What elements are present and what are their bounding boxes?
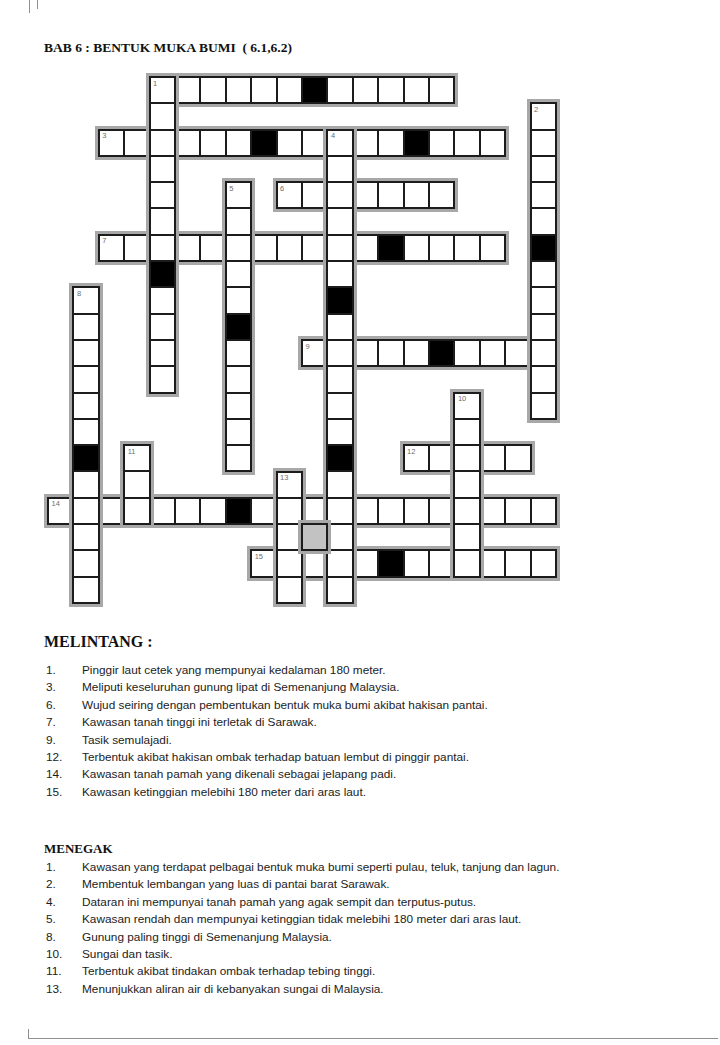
grid-cell-9-6[interactable] [278,236,303,262]
grid-cell-4-8[interactable] [151,288,176,314]
grid-cell-19-5[interactable] [532,209,557,235]
grid-cell-9-16[interactable] [278,499,303,525]
grid-cell-4-1[interactable] [151,104,176,130]
grid-cell-16-2[interactable] [455,131,480,157]
grid-cell-15-16[interactable] [430,499,455,525]
down-clue-text: Kawasan rendah dan mempunyai ketinggian … [82,912,521,926]
grid-cell-4-6[interactable] [151,236,176,262]
grid-cell-4-9[interactable] [151,315,176,341]
black-cell-11-8 [328,288,353,314]
grid-cell-19-4[interactable] [532,183,557,209]
grid-cell-16-16[interactable] [455,499,480,525]
board-number-3: 3 [102,132,106,140]
grid-cell-16-15[interactable] [455,472,480,498]
word-strip-down-5 [225,181,252,472]
grid-cell-15-6[interactable] [430,236,455,262]
down-clue-row: 13.Menunjukkan aliran air di kebanyakan … [46,982,686,999]
grid-cell-16-17[interactable] [455,525,480,551]
grid-cell-7-2[interactable] [227,131,252,157]
across-clue-text: Kawasan tanah tinggi ini terletak di Sar… [82,715,317,729]
grid-cell-4-11[interactable] [151,367,176,393]
black-cell-7-16 [227,499,252,525]
grid-cell-1-16[interactable] [74,499,99,525]
grid-cell-14-6[interactable] [405,236,430,262]
grid-cell-10-2[interactable] [303,131,328,157]
down-clue-number: 10. [46,947,82,961]
grid-cell-13-2[interactable] [379,131,404,157]
across-clue-row: 1.Pinggir laut cetek yang mempunyai keda… [46,663,686,680]
grid-cell-11-13[interactable] [328,420,353,446]
across-clue-row: 12.Terbentuk akibat hakisan ombak terhad… [46,750,686,767]
across-clue-number: 14. [46,767,82,781]
grid-cell-14-18[interactable] [405,551,430,577]
grid-cell-11-7[interactable] [328,262,353,288]
grid-cell-7-8[interactable] [227,288,252,314]
down-clue-row: 2.Membentuk lembangan yang luas di panta… [46,877,686,894]
grid-cell-11-3[interactable] [328,157,353,183]
grid-cell-7-10[interactable] [227,341,252,367]
grid-cell-10-4[interactable] [303,183,328,209]
grid-cell-16-6[interactable] [455,236,480,262]
grid-cell-1-9[interactable] [74,315,99,341]
black-cell-13-6 [379,236,404,262]
grid-cell-15-2[interactable] [430,131,455,157]
grid-cell-7-12[interactable] [227,394,252,420]
board-number-2: 2 [534,106,538,114]
down-clue-row: 8.Gunung paling tinggi di Semenanjung Ma… [46,930,686,947]
grid-cell-13-0[interactable] [379,78,404,104]
grid-cell-11-0[interactable] [328,78,353,104]
black-cell-13-18 [379,551,404,577]
down-clue-text: Terbentuk akibat tindakan ombak terhadap… [82,964,375,978]
down-clue-text: Sungai dan tasik. [82,947,173,961]
grid-cell-3-2[interactable] [125,131,150,157]
grid-cell-12-16[interactable] [354,499,379,525]
grid-cell-7-13[interactable] [227,420,252,446]
grid-cell-9-0[interactable] [278,78,303,104]
down-clue-number: 11. [46,964,82,978]
grid-cell-1-17[interactable] [74,525,99,551]
down-clue-text: Menunjukkan aliran air di kebanyakan sun… [82,982,384,996]
grid-cell-15-18[interactable] [430,551,455,577]
word-strip-down-2 [530,102,557,420]
grid-cell-19-16[interactable] [532,499,557,525]
grid-cell-11-6[interactable] [328,236,353,262]
grid-cell-4-5[interactable] [151,209,176,235]
crossword-board: 123456789101112131415 [0,0,720,640]
grid-cell-1-15[interactable] [74,472,99,498]
down-clue-row: 5.Kawasan rendah dan mempunyai ketinggia… [46,912,686,929]
grid-cell-11-16[interactable] [328,499,353,525]
black-cell-4-7 [151,262,176,288]
grid-cell-16-18[interactable] [455,551,480,577]
grid-cell-10-16[interactable] [303,499,328,525]
grid-cell-3-6[interactable] [125,236,150,262]
grid-cell-19-3[interactable] [532,157,557,183]
down-clue-row: 10.Sungai dan tasik. [46,947,686,964]
grid-cell-7-11[interactable] [227,367,252,393]
across-clue-number: 1. [46,663,82,677]
grid-cell-8-6[interactable] [252,236,277,262]
across-clue-text: Meliputi keseluruhan gunung lipat di Sem… [82,680,399,694]
grid-cell-18-16[interactable] [506,499,531,525]
grid-cell-12-6[interactable] [354,236,379,262]
grid-cell-11-4[interactable] [328,183,353,209]
down-clue-number: 4. [46,895,82,909]
board-number-11: 11 [128,448,136,456]
grid-cell-7-7[interactable] [227,262,252,288]
grid-cell-4-4[interactable] [151,183,176,209]
down-clue-text: Dataran ini mempunyai tanah pamah yang a… [82,895,476,909]
grid-cell-11-18[interactable] [328,551,353,577]
grid-cell-2-16[interactable] [100,499,125,525]
grid-cell-12-2[interactable] [354,131,379,157]
board-number-14: 14 [52,500,60,508]
board-number-7: 7 [102,237,106,245]
grid-cell-19-12[interactable] [532,394,557,420]
grid-cell-12-0[interactable] [354,78,379,104]
across-clue-text: Terbentuk akibat hakisan ombak terhadap … [82,750,469,764]
grid-cell-16-10[interactable] [455,341,480,367]
down-clue-number: 8. [46,930,82,944]
word-strip-down-1 [149,76,176,394]
grid-cell-15-4[interactable] [430,183,455,209]
across-heading: MELINTANG : [44,633,153,651]
grid-cell-4-10[interactable] [151,341,176,367]
grid-cell-7-6[interactable] [227,236,252,262]
across-clue-number: 9. [46,733,82,747]
down-clue-list: 1.Kawasan yang terdapat pelbagai bentuk … [46,860,686,999]
grid-cell-1-19[interactable] [74,578,99,604]
scan-artifact-bottom-tick [28,1029,29,1038]
word-strip-extra-gray-connector [301,523,328,551]
board-number-4: 4 [331,132,335,140]
across-clue-number: 3. [46,680,82,694]
board-number-6: 6 [280,185,284,193]
black-cell-1-14 [74,446,99,472]
grid-cell-4-3[interactable] [151,157,176,183]
grid-cell-1-10[interactable] [74,341,99,367]
across-clue-number: 7. [46,715,82,729]
across-clue-row: 7.Kawasan tanah tinggi ini terletak di S… [46,715,686,732]
down-clue-number: 2. [46,877,82,891]
word-strip-across-1 [149,76,456,104]
across-clue-text: Tasik semulajadi. [82,733,172,747]
board-number-5: 5 [229,185,233,193]
grid-cell-11-15[interactable] [328,472,353,498]
grid-cell-10-18[interactable] [303,551,328,577]
grid-cell-12-18[interactable] [354,551,379,577]
board-number-9: 9 [306,343,310,351]
grid-cell-17-6[interactable] [481,236,506,262]
grid-cell-13-16[interactable] [379,499,404,525]
across-clue-row: 9.Tasik semulajadi. [46,733,686,750]
grid-cell-11-19[interactable] [328,578,353,604]
scan-artifact-bottom-line [28,1038,718,1039]
across-clue-number: 12. [46,750,82,764]
word-strip-down-11 [123,444,150,525]
grid-cell-7-5[interactable] [227,209,252,235]
word-strip-down-13 [276,471,303,605]
word-strip-down-10 [453,392,480,578]
grid-cell-10-6[interactable] [303,236,328,262]
grid-cell-7-14[interactable] [227,446,252,472]
down-clue-row: 1.Kawasan yang terdapat pelbagai bentuk … [46,860,686,877]
black-cell-11-14 [328,446,353,472]
grid-cell-13-4[interactable] [379,183,404,209]
down-clue-number: 1. [46,860,82,874]
grid-cell-18-14[interactable] [506,446,531,472]
grid-cell-19-11[interactable] [532,367,557,393]
grid-cell-7-0[interactable] [227,78,252,104]
gray-cell-10-17 [303,525,328,551]
word-strip-across-6 [276,181,456,209]
grid-cell-9-17[interactable] [278,525,303,551]
down-clue-text: Membentuk lembangan yang luas di pantai … [82,877,390,891]
across-clue-text: Kawasan ketinggian melebihi 180 meter da… [82,785,366,799]
across-clue-row: 14.Kawasan tanah pamah yang dikenali seb… [46,767,686,784]
grid-cell-1-13[interactable] [74,420,99,446]
across-clue-number: 6. [46,698,82,712]
board-number-10: 10 [458,395,466,403]
grid-cell-9-19[interactable] [278,578,303,604]
across-clue-text: Pinggir laut cetek yang mempunyai kedala… [82,663,386,677]
grid-cell-12-4[interactable] [354,183,379,209]
grid-cell-11-17[interactable] [328,525,353,551]
grid-cell-6-6[interactable] [201,236,226,262]
grid-cell-14-4[interactable] [405,183,430,209]
black-cell-7-9 [227,315,252,341]
down-clue-row: 4.Dataran ini mempunyai tanah pamah yang… [46,895,686,912]
grid-cell-6-16[interactable] [201,499,226,525]
across-clue-row: 6.Wujud seiring dengan pembentukan bentu… [46,698,686,715]
grid-cell-19-18[interactable] [532,551,557,577]
grid-cell-11-12[interactable] [328,394,353,420]
black-cell-19-6 [532,236,557,262]
board-number-8: 8 [77,290,81,298]
grid-cell-19-2[interactable] [532,131,557,157]
grid-cell-17-14[interactable] [481,446,506,472]
grid-cell-3-15[interactable] [125,472,150,498]
grid-cell-11-10[interactable] [328,341,353,367]
board-number-13: 13 [280,474,288,482]
down-heading: MENEGAK [44,841,113,857]
grid-cell-16-13[interactable] [455,420,480,446]
grid-cell-1-12[interactable] [74,394,99,420]
grid-cell-5-6[interactable] [176,236,201,262]
grid-cell-5-0[interactable] [176,78,201,104]
grid-cell-17-10[interactable] [481,341,506,367]
grid-cell-14-0[interactable] [405,78,430,104]
grid-cell-1-11[interactable] [74,367,99,393]
across-clue-row: 15.Kawasan ketinggian melebihi 180 meter… [46,785,686,802]
across-clue-text: Wujud seiring dengan pembentukan bentuk … [82,698,488,712]
grid-cell-8-0[interactable] [252,78,277,104]
grid-cell-13-10[interactable] [379,341,404,367]
grid-cell-4-2[interactable] [151,131,176,157]
black-cell-14-2 [405,131,430,157]
grid-cell-17-16[interactable] [481,499,506,525]
grid-cell-9-18[interactable] [278,551,303,577]
across-clue-row: 3.Meliputi keseluruhan gunung lipat di S… [46,680,686,697]
grid-cell-9-2[interactable] [278,131,303,157]
across-clue-text: Kawasan tanah pamah yang dikenali sebaga… [82,767,396,781]
down-clue-text: Kawasan yang terdapat pelbagai bentuk mu… [82,860,559,874]
black-cell-8-2 [252,131,277,157]
grid-cell-12-10[interactable] [354,341,379,367]
grid-cell-6-0[interactable] [201,78,226,104]
grid-cell-8-16[interactable] [252,499,277,525]
down-clue-row: 11.Terbentuk akibat tindakan ombak terha… [46,964,686,981]
down-clue-number: 13. [46,982,82,996]
across-clue-list: 1.Pinggir laut cetek yang mempunyai keda… [46,663,686,802]
grid-cell-16-14[interactable] [455,446,480,472]
board-number-1: 1 [153,80,157,88]
down-clue-text: Gunung paling tinggi di Semenanjung Mala… [82,930,332,944]
grid-cell-14-16[interactable] [405,499,430,525]
word-strip-down-4 [326,129,353,604]
grid-cell-19-10[interactable] [532,341,557,367]
black-cell-10-0 [303,78,328,104]
grid-cell-14-10[interactable] [405,341,430,367]
grid-cell-3-16[interactable] [125,499,150,525]
grid-cell-1-18[interactable] [74,551,99,577]
board-number-12: 12 [407,448,415,456]
grid-cell-17-18[interactable] [481,551,506,577]
grid-cell-19-8[interactable] [532,288,557,314]
grid-cell-19-7[interactable] [532,262,557,288]
board-number-15: 15 [255,553,263,561]
grid-cell-17-2[interactable] [481,131,506,157]
grid-cell-18-18[interactable] [506,551,531,577]
word-strip-down-8 [72,286,99,604]
grid-cell-4-16[interactable] [151,499,176,525]
grid-cell-18-10[interactable] [506,341,531,367]
down-clue-number: 5. [46,912,82,926]
grid-cell-5-16[interactable] [176,499,201,525]
grid-cell-6-2[interactable] [201,131,226,157]
grid-cell-15-14[interactable] [430,446,455,472]
across-clue-number: 15. [46,785,82,799]
grid-cell-19-9[interactable] [532,315,557,341]
worksheet-page: BAB 6 : BENTUK MUKA BUMI ( 6.1,6.2) 1234… [0,0,720,1045]
grid-cell-5-2[interactable] [176,131,201,157]
grid-cell-11-9[interactable] [328,315,353,341]
grid-cell-15-0[interactable] [430,78,455,104]
black-cell-15-10 [430,341,455,367]
grid-cell-11-5[interactable] [328,209,353,235]
grid-cell-11-11[interactable] [328,367,353,393]
